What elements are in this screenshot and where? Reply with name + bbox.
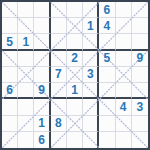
cell-r9c8[interactable] [116,132,132,148]
given-digit: 1 [87,20,94,32]
cell-r8c4[interactable]: 8 [51,116,67,132]
cell-r4c6[interactable] [83,51,99,67]
given-digit: 1 [38,117,45,129]
cell-r6c3[interactable]: 9 [34,83,50,99]
cell-r3c7[interactable] [99,34,115,50]
given-digit: 4 [104,20,111,32]
cell-r2c8[interactable] [116,18,132,34]
given-digit: 3 [87,68,94,80]
cell-r5c1[interactable] [2,67,18,83]
cell-r5c3[interactable] [34,67,50,83]
cell-r6c8[interactable] [116,83,132,99]
cell-r4c8[interactable] [116,51,132,67]
sudoku-board: 614512597369143186 [0,0,150,150]
cell-r1c9[interactable] [132,2,148,18]
cell-r6c5[interactable]: 1 [67,83,83,99]
cell-r6c7[interactable] [99,83,115,99]
cell-r9c4[interactable] [51,132,67,148]
cell-r5c8[interactable] [116,67,132,83]
cell-r3c8[interactable] [116,34,132,50]
cell-r9c6[interactable] [83,132,99,148]
cell-r4c7[interactable]: 5 [99,51,115,67]
cell-r6c1[interactable]: 6 [2,83,18,99]
cell-r4c4[interactable] [51,51,67,67]
cell-r4c5[interactable]: 2 [67,51,83,67]
cell-r5c4[interactable]: 7 [51,67,67,83]
cell-r9c9[interactable] [132,132,148,148]
cell-r5c2[interactable] [18,67,34,83]
cell-r7c8[interactable]: 4 [116,99,132,115]
cell-r1c5[interactable] [67,2,83,18]
cell-r1c8[interactable] [116,2,132,18]
cell-r6c4[interactable] [51,83,67,99]
cell-r8c5[interactable] [67,116,83,132]
cell-r4c3[interactable] [34,51,50,67]
cell-r7c7[interactable] [99,99,115,115]
cell-r6c2[interactable] [18,83,34,99]
given-digit: 3 [137,101,144,113]
cell-r5c5[interactable] [67,67,83,83]
cell-r2c4[interactable] [51,18,67,34]
cell-r2c6[interactable]: 1 [83,18,99,34]
given-digit: 8 [55,117,62,129]
given-digit: 9 [137,52,144,64]
given-digit: 6 [38,134,45,146]
cell-r9c7[interactable] [99,132,115,148]
cell-r3c1[interactable]: 5 [2,34,18,50]
given-digit: 5 [104,52,111,64]
cell-r7c3[interactable] [34,99,50,115]
cell-r8c9[interactable] [132,116,148,132]
cell-r7c1[interactable] [2,99,18,115]
cell-r7c4[interactable] [51,99,67,115]
cell-r6c9[interactable] [132,83,148,99]
cell-r7c2[interactable] [18,99,34,115]
cell-r4c1[interactable] [2,51,18,67]
cell-r4c9[interactable]: 9 [132,51,148,67]
cell-r2c9[interactable] [132,18,148,34]
cell-r3c5[interactable] [67,34,83,50]
cell-r1c2[interactable] [18,2,34,18]
cell-r3c9[interactable] [132,34,148,50]
cell-r9c3[interactable]: 6 [34,132,50,148]
cell-r1c7[interactable]: 6 [99,2,115,18]
cell-r1c4[interactable] [51,2,67,18]
cell-r7c6[interactable] [83,99,99,115]
given-digit: 7 [55,68,62,80]
given-digit: 9 [38,84,45,96]
cell-r6c6[interactable] [83,83,99,99]
cell-r8c3[interactable]: 1 [34,116,50,132]
given-digit: 4 [120,101,127,113]
cell-r7c5[interactable] [67,99,83,115]
cell-r3c2[interactable]: 1 [18,34,34,50]
cell-r8c1[interactable] [2,116,18,132]
cell-r1c6[interactable] [83,2,99,18]
given-digit: 1 [22,36,29,48]
cell-r9c5[interactable] [67,132,83,148]
cell-r8c7[interactable] [99,116,115,132]
given-digit: 5 [6,36,13,48]
cell-r5c7[interactable] [99,67,115,83]
cell-r8c6[interactable] [83,116,99,132]
cell-r3c6[interactable] [83,34,99,50]
cell-r8c2[interactable] [18,116,34,132]
cell-r2c1[interactable] [2,18,18,34]
given-digit: 6 [104,4,111,16]
cell-r8c8[interactable] [116,116,132,132]
cell-r1c1[interactable] [2,2,18,18]
cell-r1c3[interactable] [34,2,50,18]
cell-r5c6[interactable]: 3 [83,67,99,83]
given-digit: 1 [71,84,78,96]
cell-r3c3[interactable] [34,34,50,50]
cell-r7c9[interactable]: 3 [132,99,148,115]
cell-r3c4[interactable] [51,34,67,50]
cell-r2c2[interactable] [18,18,34,34]
cell-r2c5[interactable] [67,18,83,34]
cell-r2c3[interactable] [34,18,50,34]
cell-r9c1[interactable] [2,132,18,148]
cell-r5c9[interactable] [132,67,148,83]
given-digit: 6 [6,84,13,96]
cell-r2c7[interactable]: 4 [99,18,115,34]
cell-r9c2[interactable] [18,132,34,148]
given-digit: 2 [71,52,78,64]
cell-r4c2[interactable] [18,51,34,67]
